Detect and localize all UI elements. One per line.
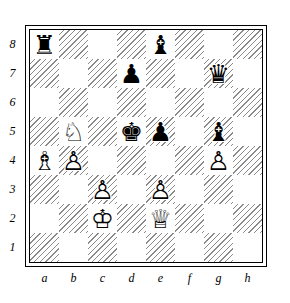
square-f8[interactable] [175, 30, 204, 59]
square-a1[interactable] [30, 233, 59, 262]
square-g6[interactable] [204, 88, 233, 117]
square-b5[interactable]: ♞♘ [59, 117, 88, 146]
square-h7[interactable] [233, 59, 262, 88]
piece-white-pawn[interactable]: ♙ [204, 146, 233, 175]
square-g5[interactable]: ♝ [204, 117, 233, 146]
rank-label-6: 6 [0, 88, 25, 117]
square-e5[interactable]: ♟ [146, 117, 175, 146]
square-f4[interactable] [175, 146, 204, 175]
piece-fill-white-knight: ♞ [59, 117, 88, 146]
square-f7[interactable] [175, 59, 204, 88]
square-b2[interactable] [59, 204, 88, 233]
rank-label-5: 5 [0, 117, 25, 146]
piece-white-pawn[interactable]: ♙ [88, 175, 117, 204]
file-label-h: h [233, 268, 262, 288]
square-h1[interactable] [233, 233, 262, 262]
square-c1[interactable] [88, 233, 117, 262]
piece-fill-white-pawn: ♟ [59, 146, 88, 175]
square-c3[interactable]: ♟♙ [88, 175, 117, 204]
square-b7[interactable] [59, 59, 88, 88]
piece-white-pawn[interactable]: ♙ [146, 175, 175, 204]
square-c2[interactable]: ♚♔ [88, 204, 117, 233]
file-label-a: a [30, 268, 59, 288]
square-f6[interactable] [175, 88, 204, 117]
square-f3[interactable] [175, 175, 204, 204]
piece-fill-white-pawn: ♟ [88, 175, 117, 204]
square-b1[interactable] [59, 233, 88, 262]
square-e8[interactable]: ♝ [146, 30, 175, 59]
square-f1[interactable] [175, 233, 204, 262]
square-a8[interactable]: ♜ [30, 30, 59, 59]
square-d6[interactable] [117, 88, 146, 117]
square-g7[interactable]: ♛ [204, 59, 233, 88]
square-c4[interactable] [88, 146, 117, 175]
square-b4[interactable]: ♟♙ [59, 146, 88, 175]
square-h4[interactable] [233, 146, 262, 175]
chess-board-frame: ♜♝♟♛♞♘♚♟♝♝♗♟♙♟♙♟♙♟♙♚♔♛♕ [25, 25, 267, 267]
piece-black-bishop[interactable]: ♝ [146, 30, 175, 59]
square-a4[interactable]: ♝♗ [30, 146, 59, 175]
square-d3[interactable] [117, 175, 146, 204]
square-e2[interactable]: ♛♕ [146, 204, 175, 233]
piece-white-knight[interactable]: ♘ [59, 117, 88, 146]
square-e1[interactable] [146, 233, 175, 262]
piece-black-rook[interactable]: ♜ [30, 30, 59, 59]
piece-fill-white-bishop: ♝ [30, 146, 59, 175]
piece-fill-white-queen: ♛ [146, 204, 175, 233]
square-c8[interactable] [88, 30, 117, 59]
square-a2[interactable] [30, 204, 59, 233]
file-label-b: b [59, 268, 88, 288]
piece-black-queen[interactable]: ♛ [204, 59, 233, 88]
file-label-d: d [117, 268, 146, 288]
piece-white-pawn[interactable]: ♙ [59, 146, 88, 175]
square-e3[interactable]: ♟♙ [146, 175, 175, 204]
square-h2[interactable] [233, 204, 262, 233]
rank-label-3: 3 [0, 175, 25, 204]
piece-black-king[interactable]: ♚ [117, 117, 146, 146]
square-h6[interactable] [233, 88, 262, 117]
piece-white-bishop[interactable]: ♗ [30, 146, 59, 175]
rank-label-1: 1 [0, 233, 25, 262]
piece-white-queen[interactable]: ♕ [146, 204, 175, 233]
square-g4[interactable]: ♟♙ [204, 146, 233, 175]
square-e6[interactable] [146, 88, 175, 117]
square-a7[interactable] [30, 59, 59, 88]
square-g3[interactable] [204, 175, 233, 204]
square-d2[interactable] [117, 204, 146, 233]
piece-fill-white-king: ♚ [88, 204, 117, 233]
square-e4[interactable] [146, 146, 175, 175]
square-d4[interactable] [117, 146, 146, 175]
rank-labels: 87654321 [0, 30, 25, 262]
piece-white-king[interactable]: ♔ [88, 204, 117, 233]
square-c5[interactable] [88, 117, 117, 146]
square-e7[interactable] [146, 59, 175, 88]
piece-fill-white-pawn: ♟ [146, 175, 175, 204]
square-b8[interactable] [59, 30, 88, 59]
piece-black-bishop[interactable]: ♝ [204, 117, 233, 146]
square-d1[interactable] [117, 233, 146, 262]
square-g2[interactable] [204, 204, 233, 233]
piece-black-pawn[interactable]: ♟ [146, 117, 175, 146]
piece-fill-white-pawn: ♟ [204, 146, 233, 175]
square-b6[interactable] [59, 88, 88, 117]
square-b3[interactable] [59, 175, 88, 204]
square-c6[interactable] [88, 88, 117, 117]
square-a5[interactable] [30, 117, 59, 146]
square-g8[interactable] [204, 30, 233, 59]
square-c7[interactable] [88, 59, 117, 88]
rank-label-8: 8 [0, 30, 25, 59]
chess-diagram: 87654321 ♜♝♟♛♞♘♚♟♝♝♗♟♙♟♙♟♙♟♙♚♔♛♕ abcdefg… [0, 0, 290, 303]
square-a3[interactable] [30, 175, 59, 204]
square-h5[interactable] [233, 117, 262, 146]
piece-black-pawn[interactable]: ♟ [117, 59, 146, 88]
square-f5[interactable] [175, 117, 204, 146]
square-h8[interactable] [233, 30, 262, 59]
file-label-f: f [175, 268, 204, 288]
square-a6[interactable] [30, 88, 59, 117]
board-grid: ♜♝♟♛♞♘♚♟♝♝♗♟♙♟♙♟♙♟♙♚♔♛♕ [30, 30, 262, 262]
rank-label-2: 2 [0, 204, 25, 233]
rank-label-4: 4 [0, 146, 25, 175]
file-label-e: e [146, 268, 175, 288]
file-label-g: g [204, 268, 233, 288]
file-labels: abcdefgh [30, 268, 262, 288]
square-g1[interactable] [204, 233, 233, 262]
square-d8[interactable] [117, 30, 146, 59]
chess-board-border: ♜♝♟♛♞♘♚♟♝♝♗♟♙♟♙♟♙♟♙♚♔♛♕ [29, 29, 263, 263]
square-d5[interactable]: ♚ [117, 117, 146, 146]
file-label-c: c [88, 268, 117, 288]
square-f2[interactable] [175, 204, 204, 233]
rank-label-7: 7 [0, 59, 25, 88]
square-h3[interactable] [233, 175, 262, 204]
square-d7[interactable]: ♟ [117, 59, 146, 88]
